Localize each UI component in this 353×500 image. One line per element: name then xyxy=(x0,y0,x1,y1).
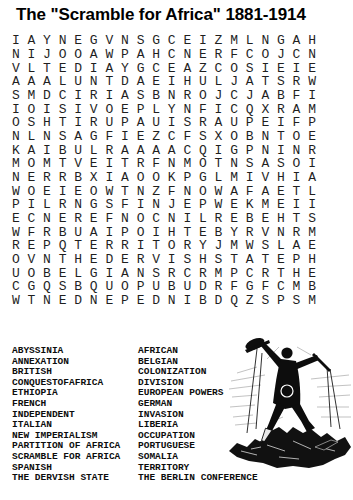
grid-cell-r15-c3: R xyxy=(39,225,55,239)
grid-cell-r7-c5: I xyxy=(70,116,86,130)
grid-cell-r15-c16: R xyxy=(242,225,258,239)
grid-cell-r8-c17: N xyxy=(258,130,274,144)
grid-cell-r15-c2: F xyxy=(24,225,40,239)
head xyxy=(281,347,292,358)
grid-cell-r3-c7: A xyxy=(102,61,118,75)
grid-cell-r20-c13: B xyxy=(195,294,211,308)
grid-cell-r9-c7: R xyxy=(102,143,118,157)
grid-cell-r12-c19: T xyxy=(289,184,305,198)
grid-cell-r18-c17: R xyxy=(258,266,274,280)
grid-cell-r8-c10: Z xyxy=(148,130,164,144)
grid-cell-r18-c6: G xyxy=(86,266,102,280)
grid-cell-r13-c16: K xyxy=(242,198,258,212)
grid-cell-r18-c20: E xyxy=(304,266,320,280)
grid-cell-r7-c3: H xyxy=(39,116,55,130)
grid-cell-r8-c16: B xyxy=(242,130,258,144)
grid-cell-r1-c3: Y xyxy=(39,34,55,48)
grid-cell-r17-c15: T xyxy=(226,253,242,267)
grid-cell-r17-c19: P xyxy=(289,253,305,267)
grid-cell-r14-c18: H xyxy=(273,212,289,226)
grid-cell-r5-c4: C xyxy=(55,89,71,103)
grid-cell-r18-c13: R xyxy=(195,266,211,280)
grid-cell-r5-c6: R xyxy=(86,89,102,103)
grid-cell-r11-c6: X xyxy=(86,171,102,185)
grid-cell-r17-c12: S xyxy=(180,253,196,267)
grid-cell-r4-c11: I xyxy=(164,75,180,89)
grid-cell-r10-c7: I xyxy=(102,157,118,171)
grid-cell-r13-c6: G xyxy=(86,198,102,212)
grid-cell-r13-c4: R xyxy=(55,198,71,212)
grid-cell-r5-c20: I xyxy=(304,89,320,103)
grid-cell-r9-c9: A xyxy=(133,143,149,157)
grid-cell-r15-c12: T xyxy=(180,225,196,239)
grid-cell-r17-c10: V xyxy=(148,253,164,267)
grid-cell-r13-c12: E xyxy=(180,198,196,212)
grid-cell-r17-c4: T xyxy=(55,253,71,267)
grid-cell-r1-c13: I xyxy=(195,34,211,48)
grid-cell-r5-c3: D xyxy=(39,89,55,103)
grid-cell-r8-c14: X xyxy=(211,130,227,144)
grid-cell-r12-c13: O xyxy=(195,184,211,198)
grid-cell-r6-c7: O xyxy=(102,102,118,116)
grid-cell-r5-c8: A xyxy=(117,89,133,103)
grid-cell-r17-c16: A xyxy=(242,253,258,267)
grid-cell-r1-c20: H xyxy=(304,34,320,48)
grid-cell-r2-c11: C xyxy=(164,48,180,62)
grid-cell-r4-c10: E xyxy=(148,75,164,89)
grid-cell-r7-c6: R xyxy=(86,116,102,130)
grid-cell-r16-c3: P xyxy=(39,239,55,253)
grid-cell-r20-c15: Q xyxy=(226,294,242,308)
grid-cell-r2-c10: H xyxy=(148,48,164,62)
grid-cell-r12-c9: N xyxy=(133,184,149,198)
grid-cell-r20-c14: D xyxy=(211,294,227,308)
grid-cell-r6-c5: I xyxy=(70,102,86,116)
grid-cell-r14-c16: B xyxy=(242,212,258,226)
grid-cell-r12-c10: Z xyxy=(148,184,164,198)
grid-cell-r14-c2: C xyxy=(24,212,40,226)
grid-cell-r5-c18: B xyxy=(273,89,289,103)
grid-cell-r17-c13: H xyxy=(195,253,211,267)
grid-cell-r7-c13: R xyxy=(195,116,211,130)
grid-cell-r14-c12: I xyxy=(180,212,196,226)
rhodes-colossus-illustration xyxy=(227,329,353,471)
grid-cell-r7-c4: T xyxy=(55,116,71,130)
grid-cell-r16-c17: S xyxy=(258,239,274,253)
grid-cell-r11-c16: I xyxy=(242,171,258,185)
grid-cell-r12-c17: A xyxy=(258,184,274,198)
grid-cell-r8-c12: F xyxy=(180,130,196,144)
grid-cell-r17-c11: I xyxy=(164,253,180,267)
grid-cell-r8-c8: I xyxy=(117,130,133,144)
grid-cell-r8-c15: O xyxy=(226,130,242,144)
grid-cell-r2-c1: N xyxy=(8,48,24,62)
grid-cell-r4-c6: N xyxy=(86,75,102,89)
grid-cell-r12-c2: O xyxy=(24,184,40,198)
grid-cell-r20-c20: M xyxy=(304,294,320,308)
grid-cell-r7-c14: A xyxy=(211,116,227,130)
grid-cell-r2-c9: A xyxy=(133,48,149,62)
grid-cell-r15-c11: H xyxy=(164,225,180,239)
grid-cell-r6-c14: I xyxy=(211,102,227,116)
grid-cell-r9-c15: G xyxy=(226,143,242,157)
grid-cell-r5-c9: S xyxy=(133,89,149,103)
grid-cell-r5-c15: C xyxy=(226,89,242,103)
grid-cell-r3-c9: G xyxy=(133,61,149,75)
grid-cell-r19-c10: U xyxy=(148,280,164,294)
grid-cell-r4-c4: L xyxy=(55,75,71,89)
grid-cell-r6-c1: I xyxy=(8,102,24,116)
grid-cell-r10-c6: E xyxy=(86,157,102,171)
grid-cell-r16-c1: R xyxy=(8,239,24,253)
grid-cell-r14-c10: C xyxy=(148,212,164,226)
grid-cell-r2-c17: O xyxy=(258,48,274,62)
grid-cell-r8-c18: T xyxy=(273,130,289,144)
grid-cell-r4-c13: U xyxy=(195,75,211,89)
grid-cell-r19-c6: Q xyxy=(86,280,102,294)
grid-cell-r16-c6: E xyxy=(86,239,102,253)
grid-cell-r5-c10: B xyxy=(148,89,164,103)
grid-cell-r16-c20: E xyxy=(304,239,320,253)
grid-cell-r5-c19: F xyxy=(289,89,305,103)
grid-cell-r18-c14: M xyxy=(211,266,227,280)
held-rod xyxy=(312,353,331,372)
grid-cell-r6-c17: X xyxy=(258,102,274,116)
grid-cell-r14-c13: L xyxy=(195,212,211,226)
grid-cell-r20-c7: E xyxy=(102,294,118,308)
grid-cell-r6-c10: L xyxy=(148,102,164,116)
grid-cell-r1-c8: N xyxy=(117,34,133,48)
grid-cell-r2-c18: J xyxy=(273,48,289,62)
grid-cell-r18-c8: A xyxy=(117,266,133,280)
grid-cell-r14-c6: E xyxy=(86,212,102,226)
grid-cell-r14-c4: E xyxy=(55,212,71,226)
grid-cell-r4-c5: U xyxy=(70,75,86,89)
grid-cell-r13-c14: W xyxy=(211,198,227,212)
grid-cell-r10-c12: M xyxy=(180,157,196,171)
grid-cell-r14-c14: R xyxy=(211,212,227,226)
grid-cell-r8-c19: O xyxy=(289,130,305,144)
grid-cell-r4-c7: T xyxy=(102,75,118,89)
grid-cell-r1-c5: E xyxy=(70,34,86,48)
grid-cell-r18-c2: O xyxy=(24,266,40,280)
grid-cell-r10-c8: T xyxy=(117,157,133,171)
grid-cell-r17-c1: O xyxy=(8,253,24,267)
grid-cell-r4-c8: D xyxy=(117,75,133,89)
grid-cell-r7-c15: U xyxy=(226,116,242,130)
grid-cell-r19-c8: O xyxy=(117,280,133,294)
grid-cell-r1-c9: S xyxy=(133,34,149,48)
grid-cell-r2-c16: C xyxy=(242,48,258,62)
grid-cell-r16-c16: W xyxy=(242,239,258,253)
grid-cell-r12-c8: T xyxy=(117,184,133,198)
grid-cell-r18-c12: C xyxy=(180,266,196,280)
grid-cell-r9-c8: A xyxy=(117,143,133,157)
grid-cell-r18-c16: C xyxy=(242,266,258,280)
grid-cell-r14-c5: R xyxy=(70,212,86,226)
grid-cell-r2-c3: J xyxy=(39,48,55,62)
grid-cell-r13-c3: L xyxy=(39,198,55,212)
grid-cell-r5-c5: I xyxy=(70,89,86,103)
grid-cell-r20-c9: E xyxy=(133,294,149,308)
grid-cell-r5-c16: J xyxy=(242,89,258,103)
grid-cell-r3-c18: E xyxy=(273,61,289,75)
grid-cell-r5-c7: I xyxy=(102,89,118,103)
grid-cell-r17-c14: S xyxy=(211,253,227,267)
grid-cell-r2-c15: F xyxy=(226,48,242,62)
grid-cell-r14-c17: E xyxy=(258,212,274,226)
grid-cell-r6-c15: C xyxy=(226,102,242,116)
grid-cell-r8-c4: S xyxy=(55,130,71,144)
grid-cell-r6-c19: A xyxy=(289,102,305,116)
grid-cell-r17-c7: D xyxy=(102,253,118,267)
grid-cell-r5-c12: R xyxy=(180,89,196,103)
grid-cell-r9-c18: I xyxy=(273,143,289,157)
grid-cell-r20-c16: Z xyxy=(242,294,258,308)
grid-cell-r10-c11: N xyxy=(164,157,180,171)
grid-cell-r1-c4: N xyxy=(55,34,71,48)
grid-cell-r13-c9: I xyxy=(133,198,149,212)
grid-cell-r16-c9: I xyxy=(133,239,149,253)
grid-cell-r16-c11: O xyxy=(164,239,180,253)
grid-cell-r11-c13: G xyxy=(195,171,211,185)
grid-cell-r12-c20: L xyxy=(304,184,320,198)
grid-cell-r17-c5: H xyxy=(70,253,86,267)
grid-cell-r1-c1: I xyxy=(8,34,24,48)
grid-cell-r20-c5: D xyxy=(70,294,86,308)
grid-cell-r10-c19: O xyxy=(289,157,305,171)
grid-cell-r10-c1: M xyxy=(8,157,24,171)
grid-cell-r17-c9: R xyxy=(133,253,149,267)
grid-cell-r16-c18: L xyxy=(273,239,289,253)
grid-cell-r1-c18: G xyxy=(273,34,289,48)
grid-cell-r9-c10: A xyxy=(148,143,164,157)
grid-cell-r3-c6: I xyxy=(86,61,102,75)
grid-cell-r8-c3: N xyxy=(39,130,55,144)
grid-cell-r4-c20: W xyxy=(304,75,320,89)
grid-cell-r9-c3: I xyxy=(39,143,55,157)
grid-cell-r9-c17: N xyxy=(258,143,274,157)
grid-cell-r12-c16: F xyxy=(242,184,258,198)
grid-cell-r15-c4: B xyxy=(55,225,71,239)
grid-cell-r9-c4: B xyxy=(55,143,71,157)
grid-cell-r17-c20: H xyxy=(304,253,320,267)
grid-cell-r2-c6: A xyxy=(86,48,102,62)
grid-cell-r15-c17: V xyxy=(258,225,274,239)
africa-rock xyxy=(229,427,351,468)
grid-cell-r6-c18: R xyxy=(273,102,289,116)
grid-cell-r11-c19: I xyxy=(289,171,305,185)
grid-cell-r7-c11: I xyxy=(164,116,180,130)
grid-cell-r11-c18: H xyxy=(273,171,289,185)
grid-cell-r10-c13: O xyxy=(195,157,211,171)
grid-cell-r10-c4: T xyxy=(55,157,71,171)
grid-cell-r4-c9: A xyxy=(133,75,149,89)
grid-cell-r3-c19: I xyxy=(289,61,305,75)
grid-cell-r5-c11: N xyxy=(164,89,180,103)
grid-cell-r3-c17: I xyxy=(258,61,274,75)
grid-cell-r10-c2: O xyxy=(24,157,40,171)
grid-cell-r17-c8: E xyxy=(117,253,133,267)
grid-cell-r2-c13: E xyxy=(195,48,211,62)
grid-cell-r2-c19: C xyxy=(289,48,305,62)
grid-cell-r20-c2: T xyxy=(24,294,40,308)
grid-cell-r15-c10: I xyxy=(148,225,164,239)
grid-cell-r16-c10: T xyxy=(148,239,164,253)
word-list-item: THE DERVISH STATE xyxy=(12,473,120,484)
grid-cell-r10-c9: R xyxy=(133,157,149,171)
grid-cell-r2-c4: O xyxy=(55,48,71,62)
grid-cell-r13-c5: N xyxy=(70,198,86,212)
grid-cell-r3-c16: S xyxy=(242,61,258,75)
grid-cell-r14-c3: N xyxy=(39,212,55,226)
grid-cell-r16-c8: R xyxy=(117,239,133,253)
grid-cell-r19-c2: G xyxy=(24,280,40,294)
grid-cell-r7-c9: A xyxy=(133,116,149,130)
grid-cell-r10-c3: M xyxy=(39,157,55,171)
grid-cell-r15-c6: A xyxy=(86,225,102,239)
grid-cell-r8-c9: E xyxy=(133,130,149,144)
grid-cell-r13-c7: S xyxy=(102,198,118,212)
grid-cell-r20-c8: P xyxy=(117,294,133,308)
grid-cell-r13-c2: I xyxy=(24,198,40,212)
grid-cell-r11-c5: B xyxy=(70,171,86,185)
grid-cell-r6-c3: I xyxy=(39,102,55,116)
grid-cell-r9-c13: Q xyxy=(195,143,211,157)
grid-cell-r3-c15: O xyxy=(226,61,242,75)
grid-cell-r12-c4: I xyxy=(55,184,71,198)
grid-cell-r17-c6: E xyxy=(86,253,102,267)
grid-cell-r18-c18: T xyxy=(273,266,289,280)
grid-cell-r14-c20: S xyxy=(304,212,320,226)
grid-cell-r8-c13: S xyxy=(195,130,211,144)
grid-cell-r4-c17: T xyxy=(258,75,274,89)
grid-cell-r11-c2: E xyxy=(24,171,40,185)
grid-cell-r4-c12: H xyxy=(180,75,196,89)
grid-cell-r16-c14: J xyxy=(211,239,227,253)
grid-cell-r8-c1: N xyxy=(8,130,24,144)
grid-cell-r10-c15: N xyxy=(226,157,242,171)
grid-cell-r9-c1: K xyxy=(8,143,24,157)
grid-cell-r14-c7: F xyxy=(102,212,118,226)
grid-cell-r4-c1: A xyxy=(8,75,24,89)
grid-cell-r19-c19: M xyxy=(289,280,305,294)
grid-cell-r4-c15: J xyxy=(226,75,242,89)
grid-cell-r19-c13: D xyxy=(195,280,211,294)
grid-cell-r18-c1: U xyxy=(8,266,24,280)
grid-cell-r3-c2: L xyxy=(24,61,40,75)
grid-cell-r9-c20: R xyxy=(304,143,320,157)
grid-cell-r5-c1: S xyxy=(8,89,24,103)
grid-cell-r19-c5: B xyxy=(70,280,86,294)
grid-cell-r12-c14: W xyxy=(211,184,227,198)
grid-cell-r11-c15: M xyxy=(226,171,242,185)
grid-cell-r11-c14: L xyxy=(211,171,227,185)
grid-cell-r11-c1: N xyxy=(8,171,24,185)
grid-cell-r11-c17: V xyxy=(258,171,274,185)
grid-cell-r15-c8: P xyxy=(117,225,133,239)
grid-cell-r9-c16: P xyxy=(242,143,258,157)
grid-cell-r11-c4: R xyxy=(55,171,71,185)
grid-cell-r7-c17: E xyxy=(258,116,274,130)
grid-cell-r15-c5: U xyxy=(70,225,86,239)
grid-cell-r11-c11: K xyxy=(164,171,180,185)
grid-cell-r14-c19: T xyxy=(289,212,305,226)
puzzle-title: The "Scramble for Africa" 1881-1914 xyxy=(16,5,353,25)
grid-cell-r1-c11: C xyxy=(164,34,180,48)
grid-cell-r3-c5: D xyxy=(70,61,86,75)
grid-cell-r16-c13: Y xyxy=(195,239,211,253)
grid-cell-r7-c2: S xyxy=(24,116,40,130)
grid-cell-r3-c4: E xyxy=(55,61,71,75)
grid-cell-r16-c12: R xyxy=(180,239,196,253)
torso xyxy=(273,359,300,409)
grid-cell-r12-c3: E xyxy=(39,184,55,198)
grid-cell-r1-c19: A xyxy=(289,34,305,48)
grid-cell-r12-c15: A xyxy=(226,184,242,198)
grid-cell-r16-c4: Q xyxy=(55,239,71,253)
grid-cell-r12-c6: O xyxy=(86,184,102,198)
grid-cell-r20-c4: E xyxy=(55,294,71,308)
grid-cell-r3-c11: E xyxy=(164,61,180,75)
grid-cell-r20-c11: N xyxy=(164,294,180,308)
grid-cell-r1-c17: N xyxy=(258,34,274,48)
grid-cell-r12-c11: F xyxy=(164,184,180,198)
grid-cell-r3-c1: V xyxy=(8,61,24,75)
grid-cell-r6-c4: S xyxy=(55,102,71,116)
grid-cell-r2-c12: N xyxy=(180,48,196,62)
grid-cell-r15-c19: R xyxy=(289,225,305,239)
grid-cell-r10-c20: I xyxy=(304,157,320,171)
grid-cell-r12-c1: W xyxy=(8,184,24,198)
grid-cell-r19-c4: S xyxy=(55,280,71,294)
grid-cell-r5-c2: M xyxy=(24,89,40,103)
grid-cell-r8-c20: E xyxy=(304,130,320,144)
grid-cell-r12-c7: W xyxy=(102,184,118,198)
grid-cell-r7-c12: S xyxy=(180,116,196,130)
grid-cell-r19-c7: U xyxy=(102,280,118,294)
grid-cell-r19-c9: P xyxy=(133,280,149,294)
grid-cell-r11-c10: O xyxy=(148,171,164,185)
grid-cell-r14-c1: E xyxy=(8,212,24,226)
grid-cell-r19-c16: G xyxy=(242,280,258,294)
grid-cell-r8-c11: C xyxy=(164,130,180,144)
grid-cell-r9-c19: N xyxy=(289,143,305,157)
grid-cell-r1-c10: G xyxy=(148,34,164,48)
grid-cell-r16-c7: R xyxy=(102,239,118,253)
grid-cell-r12-c12: N xyxy=(180,184,196,198)
grid-cell-r15-c7: I xyxy=(102,225,118,239)
grid-cell-r5-c17: A xyxy=(258,89,274,103)
grid-cell-r13-c20: I xyxy=(304,198,320,212)
grid-cell-r1-c15: M xyxy=(226,34,242,48)
grid-cell-r12-c5: E xyxy=(70,184,86,198)
grid-cell-r2-c7: W xyxy=(102,48,118,62)
grid-cell-r5-c14: J xyxy=(211,89,227,103)
grid-cell-r3-c20: E xyxy=(304,61,320,75)
grid-cell-r8-c5: A xyxy=(70,130,86,144)
grid-cell-r10-c14: T xyxy=(211,157,227,171)
grid-cell-r7-c10: U xyxy=(148,116,164,130)
grid-cell-r19-c3: Q xyxy=(39,280,55,294)
grid-cell-r9-c14: I xyxy=(211,143,227,157)
grid-cell-r13-c8: F xyxy=(117,198,133,212)
grid-cell-r6-c9: P xyxy=(133,102,149,116)
grid-cell-r7-c16: P xyxy=(242,116,258,130)
grid-cell-r11-c12: P xyxy=(180,171,196,185)
grid-cell-r7-c19: F xyxy=(289,116,305,130)
grid-cell-r6-c6: V xyxy=(86,102,102,116)
